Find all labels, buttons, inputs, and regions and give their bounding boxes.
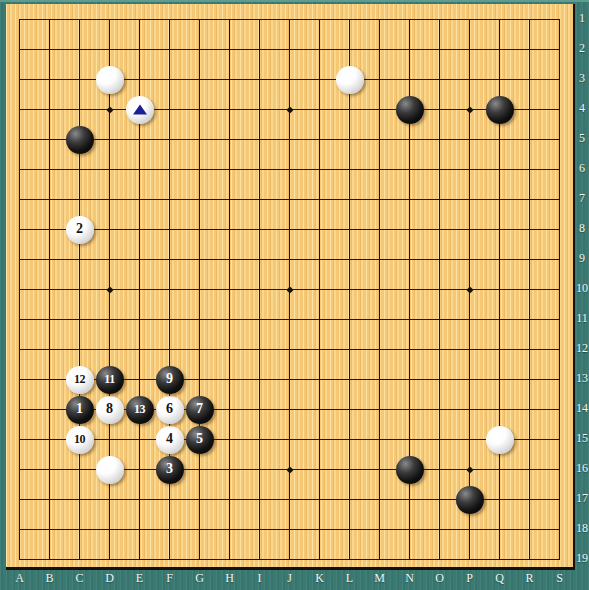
row-label-12: 12 xyxy=(576,342,588,354)
triangle-marker xyxy=(133,105,147,115)
row-label-5: 5 xyxy=(579,132,585,144)
move-number: 1 xyxy=(76,402,83,416)
row-label-17: 17 xyxy=(576,492,588,504)
star-point xyxy=(286,106,293,113)
column-label-Q: Q xyxy=(495,572,504,584)
star-point xyxy=(466,286,473,293)
row-label-15: 15 xyxy=(576,432,588,444)
row-label-13: 13 xyxy=(576,372,588,384)
row-label-4: 4 xyxy=(579,102,585,114)
white-stone-D14[interactable]: 8 xyxy=(96,396,124,424)
column-label-F: F xyxy=(166,572,173,584)
move-number: 5 xyxy=(196,432,203,446)
go-board[interactable]: 12345678910111213 xyxy=(6,4,575,570)
row-label-11: 11 xyxy=(576,312,588,324)
move-number: 9 xyxy=(166,372,173,386)
column-label-K: K xyxy=(315,572,324,584)
grid-line-horizontal xyxy=(19,319,560,320)
white-stone-F15[interactable]: 4 xyxy=(156,426,184,454)
move-number: 6 xyxy=(166,402,173,416)
white-stone-C8[interactable]: 2 xyxy=(66,216,94,244)
black-stone-F13[interactable]: 9 xyxy=(156,366,184,394)
column-label-E: E xyxy=(136,572,143,584)
row-label-19: 19 xyxy=(576,552,588,564)
white-stone-C13[interactable]: 12 xyxy=(66,366,94,394)
star-point xyxy=(466,466,473,473)
move-number: 10 xyxy=(74,433,85,445)
move-number: 3 xyxy=(166,462,173,476)
column-label-N: N xyxy=(405,572,414,584)
move-number: 12 xyxy=(74,373,85,385)
move-number: 11 xyxy=(104,373,114,385)
black-stone-P17[interactable] xyxy=(456,486,484,514)
white-stone-F14[interactable]: 6 xyxy=(156,396,184,424)
row-label-1: 1 xyxy=(579,12,585,24)
white-stone-L3[interactable] xyxy=(336,66,364,94)
star-point xyxy=(106,106,113,113)
black-stone-Q4[interactable] xyxy=(486,96,514,124)
grid-line-vertical xyxy=(439,19,440,560)
column-label-M: M xyxy=(374,572,385,584)
black-stone-N16[interactable] xyxy=(396,456,424,484)
grid-line-horizontal xyxy=(19,349,560,350)
row-label-3: 3 xyxy=(579,72,585,84)
grid-line-vertical xyxy=(319,19,320,560)
column-label-A: A xyxy=(15,572,24,584)
black-stone-G14[interactable]: 7 xyxy=(186,396,214,424)
grid-line-horizontal xyxy=(19,529,560,530)
star-point xyxy=(106,286,113,293)
column-label-L: L xyxy=(346,572,353,584)
row-label-14: 14 xyxy=(576,402,588,414)
black-stone-C5[interactable] xyxy=(66,126,94,154)
black-stone-F16[interactable]: 3 xyxy=(156,456,184,484)
column-label-B: B xyxy=(45,572,53,584)
star-point xyxy=(466,106,473,113)
black-stone-D13[interactable]: 11 xyxy=(96,366,124,394)
star-point xyxy=(286,286,293,293)
row-label-9: 9 xyxy=(579,252,585,264)
black-stone-C14[interactable]: 1 xyxy=(66,396,94,424)
column-label-C: C xyxy=(75,572,83,584)
move-number: 4 xyxy=(166,432,173,446)
black-stone-E14[interactable]: 13 xyxy=(126,396,154,424)
column-label-O: O xyxy=(435,572,444,584)
row-label-6: 6 xyxy=(579,162,585,174)
row-label-8: 8 xyxy=(579,222,585,234)
white-stone-D16[interactable] xyxy=(96,456,124,484)
column-label-H: H xyxy=(225,572,234,584)
column-label-G: G xyxy=(195,572,204,584)
column-label-I: I xyxy=(258,572,262,584)
grid-line-vertical xyxy=(529,19,530,560)
black-stone-G15[interactable]: 5 xyxy=(186,426,214,454)
row-label-10: 10 xyxy=(576,282,588,294)
row-label-18: 18 xyxy=(576,522,588,534)
go-board-panel: 12345678910111213 ABCDEFGHIJKLMNOPQRS123… xyxy=(0,0,589,590)
row-label-16: 16 xyxy=(576,462,588,474)
grid-line-vertical xyxy=(379,19,380,560)
star-point xyxy=(286,466,293,473)
move-number: 8 xyxy=(106,402,113,416)
black-stone-N4[interactable] xyxy=(396,96,424,124)
column-label-R: R xyxy=(525,572,533,584)
white-stone-Q15[interactable] xyxy=(486,426,514,454)
move-number: 13 xyxy=(134,403,145,415)
grid-line-horizontal xyxy=(19,559,560,560)
grid-line-vertical xyxy=(559,19,560,560)
row-label-2: 2 xyxy=(579,42,585,54)
move-number: 7 xyxy=(196,402,203,416)
grid-line-vertical xyxy=(349,19,350,560)
column-label-S: S xyxy=(556,572,563,584)
column-label-P: P xyxy=(466,572,473,584)
white-stone-D3[interactable] xyxy=(96,66,124,94)
grid-line-horizontal xyxy=(19,439,560,440)
row-label-7: 7 xyxy=(579,192,585,204)
column-label-D: D xyxy=(105,572,114,584)
move-number: 2 xyxy=(76,222,83,236)
column-label-J: J xyxy=(287,572,292,584)
white-stone-C15[interactable]: 10 xyxy=(66,426,94,454)
